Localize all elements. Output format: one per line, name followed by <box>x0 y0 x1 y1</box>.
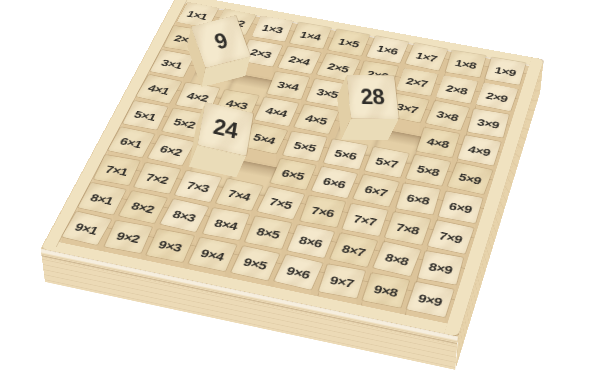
cube-label: 3×1 <box>159 57 184 71</box>
cube-label: 1×4 <box>299 29 323 42</box>
lifted-cube-answer-label: 24 <box>211 114 239 145</box>
cube-label: 8×6 <box>297 233 324 250</box>
lifted-cube-6x4[interactable]: 24 <box>189 124 244 177</box>
cube-label: 9×8 <box>372 282 399 299</box>
cube-label: 6×7 <box>363 182 390 198</box>
stage: 1×11×21×31×41×51×61×71×81×92×12×22×32×42… <box>0 0 600 389</box>
cube-label: 1×7 <box>414 50 439 64</box>
cube-label: 4×8 <box>425 135 450 150</box>
cube-label: 9×9 <box>416 291 444 309</box>
cube-label: 1×3 <box>261 22 285 35</box>
cube-label: 8×8 <box>383 250 411 268</box>
cube-label: 5×5 <box>292 139 318 154</box>
cube-label: 5×1 <box>132 108 158 123</box>
cube-label: 5×6 <box>333 147 359 162</box>
lifted-cube-answer-label: 9 <box>211 28 231 55</box>
cube-label: 7×2 <box>144 170 171 186</box>
lifted-cube-answer-label: 28 <box>360 84 386 110</box>
cube-label: 8×9 <box>427 259 454 276</box>
cube-label: 5×9 <box>457 170 483 186</box>
cube-label: 6×5 <box>280 166 306 182</box>
multiplication-board: 1×11×21×31×41×51×61×71×81×92×12×22×32×42… <box>42 2 543 345</box>
cube-label: 8×5 <box>255 224 282 241</box>
cube-label: 6×6 <box>321 174 348 190</box>
cube-label: 7×1 <box>104 162 131 177</box>
cube-label: 8×2 <box>129 199 157 215</box>
cube-label: 7×7 <box>352 212 379 228</box>
cube-label: 9×3 <box>156 237 184 254</box>
cube-label: 6×8 <box>405 191 431 207</box>
cube-label: 8×3 <box>171 207 199 224</box>
cube-label: 9×5 <box>241 254 269 271</box>
cube-label: 9×6 <box>284 263 312 281</box>
cube-label: 2×3 <box>249 46 274 60</box>
cube-label: 4×4 <box>264 104 290 119</box>
cube-label: 9×4 <box>199 246 227 263</box>
cube-label: 7×3 <box>185 178 212 194</box>
lifted-cube-4x7[interactable]: 28 <box>337 97 388 141</box>
cube-label: 5×4 <box>251 131 277 147</box>
cube-label: 3×4 <box>276 79 301 93</box>
cube-label: 7×5 <box>267 195 294 212</box>
cube-label: 4×9 <box>467 143 492 158</box>
cube-label: 8×4 <box>213 216 240 232</box>
scene: 1×11×21×31×41×51×61×71×81×92×12×22×32×42… <box>0 0 600 389</box>
cube-label: 7×8 <box>394 220 421 237</box>
lifted-cube-answer-face: 28 <box>347 75 399 119</box>
cube-label: 7×4 <box>226 186 253 202</box>
cube-label: 3×8 <box>435 108 460 123</box>
cube-label: 2×8 <box>445 82 470 96</box>
cube-label: 9×7 <box>328 273 355 290</box>
cube-label: 1×8 <box>454 57 478 71</box>
cube-label: 3×7 <box>395 100 420 115</box>
cube-label: 5×2 <box>172 115 198 130</box>
cube-label: 1×9 <box>493 64 517 78</box>
cube-label: 6×9 <box>448 199 474 215</box>
cube-label: 6×1 <box>118 135 145 150</box>
cube-label: 1×1 <box>185 8 210 21</box>
cube-label: 1×6 <box>375 43 400 57</box>
cube-label: 7×9 <box>437 229 464 246</box>
cube-label: 5×7 <box>374 154 400 170</box>
cube-label: 2×7 <box>405 75 430 89</box>
cube-label: 7×6 <box>310 203 336 219</box>
cube-label: 8×7 <box>340 241 367 258</box>
cube-label: 2×5 <box>326 60 351 74</box>
cube-label: 6×2 <box>158 142 185 158</box>
cube-label: 4×1 <box>146 82 172 97</box>
cube-label: 9×2 <box>115 229 143 245</box>
cube-label: 1×5 <box>337 36 361 50</box>
cube-label: 2×9 <box>485 89 510 104</box>
cube-label: 5×8 <box>415 162 441 178</box>
cube-label: 9×1 <box>73 220 101 237</box>
cube-label: 3×9 <box>476 116 501 130</box>
cube-label: 8×1 <box>88 191 116 207</box>
cube-label: 2×4 <box>287 53 312 67</box>
cube-label: 4×5 <box>304 112 330 127</box>
